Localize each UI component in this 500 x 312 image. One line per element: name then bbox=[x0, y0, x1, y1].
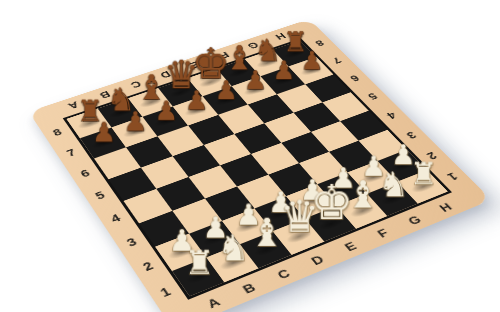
white-rook-icon: ♜ bbox=[410, 159, 438, 190]
white-knight-icon: ♞ bbox=[217, 230, 249, 266]
white-rook-icon: ♜ bbox=[184, 247, 214, 280]
black-pawn-icon: ♟ bbox=[123, 108, 147, 134]
white-queen-icon: ♛ bbox=[280, 196, 319, 240]
black-pawn-icon: ♟ bbox=[154, 98, 178, 124]
white-bishop-icon: ♝ bbox=[249, 214, 284, 253]
chess-mat: ♜♞♝♛♚♝♞♜♟♟♟♟♟♟♟♟♟♟♟♟♟♟♟♟♜♞♝♛♚♝♞♜ ABCDEFG… bbox=[29, 19, 492, 312]
product-photo: ♜♞♝♛♚♝♞♜♟♟♟♟♟♟♟♟♟♟♟♟♟♟♟♟♜♞♝♛♚♝♞♜ ABCDEFG… bbox=[0, 0, 500, 312]
white-knight-icon: ♞ bbox=[378, 167, 409, 201]
black-pawn-icon: ♟ bbox=[214, 77, 237, 103]
black-pawn-icon: ♟ bbox=[92, 119, 116, 146]
black-pawn-icon: ♟ bbox=[185, 87, 208, 113]
chess-board: ♜♞♝♛♚♝♞♜♟♟♟♟♟♟♟♟♟♟♟♟♟♟♟♟♜♞♝♛♚♝♞♜ bbox=[63, 38, 452, 299]
black-pawn-icon: ♟ bbox=[244, 67, 267, 92]
black-pawn-icon: ♟ bbox=[272, 58, 295, 83]
